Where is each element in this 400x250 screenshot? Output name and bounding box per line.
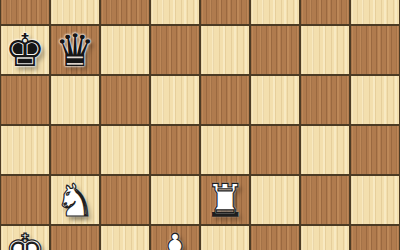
chess-board: ♚♛♞♜♚♟ <box>0 0 400 250</box>
square-g3[interactable] <box>301 176 349 224</box>
square-a7[interactable] <box>1 0 49 24</box>
piece-white-knight-b3[interactable]: ♞ <box>55 178 95 223</box>
square-c6[interactable] <box>101 26 149 74</box>
square-e7[interactable] <box>201 0 249 24</box>
square-a6[interactable]: ♚ <box>1 26 49 74</box>
square-h4[interactable] <box>351 126 399 174</box>
piece-white-rook-e3[interactable]: ♜ <box>205 178 245 223</box>
square-g4[interactable] <box>301 126 349 174</box>
square-d3[interactable] <box>151 176 199 224</box>
square-a5[interactable] <box>1 76 49 124</box>
chessboard-diagram: ♚♛♞♜♚♟ <box>0 0 400 250</box>
square-d7[interactable] <box>151 0 199 24</box>
square-c4[interactable] <box>101 126 149 174</box>
square-a3[interactable] <box>1 176 49 224</box>
square-f6[interactable] <box>251 26 299 74</box>
square-a4[interactable] <box>1 126 49 174</box>
square-f5[interactable] <box>251 76 299 124</box>
square-b4[interactable] <box>51 126 99 174</box>
square-e2[interactable] <box>201 226 249 250</box>
square-d4[interactable] <box>151 126 199 174</box>
piece-black-king-a6[interactable]: ♚ <box>5 28 45 73</box>
piece-white-king-a2[interactable]: ♚ <box>5 228 45 250</box>
square-c3[interactable] <box>101 176 149 224</box>
square-h2[interactable] <box>351 226 399 250</box>
square-f2[interactable] <box>251 226 299 250</box>
square-f3[interactable] <box>251 176 299 224</box>
square-b7[interactable] <box>51 0 99 24</box>
square-b2[interactable] <box>51 226 99 250</box>
square-d5[interactable] <box>151 76 199 124</box>
square-c2[interactable] <box>101 226 149 250</box>
square-e5[interactable] <box>201 76 249 124</box>
square-g5[interactable] <box>301 76 349 124</box>
piece-black-queen-b6[interactable]: ♛ <box>55 28 95 73</box>
square-h6[interactable] <box>351 26 399 74</box>
square-f7[interactable] <box>251 0 299 24</box>
square-e3[interactable]: ♜ <box>201 176 249 224</box>
square-d2[interactable]: ♟ <box>151 226 199 250</box>
square-b3[interactable]: ♞ <box>51 176 99 224</box>
square-b6[interactable]: ♛ <box>51 26 99 74</box>
square-a2[interactable]: ♚ <box>1 226 49 250</box>
square-e6[interactable] <box>201 26 249 74</box>
square-c7[interactable] <box>101 0 149 24</box>
square-h3[interactable] <box>351 176 399 224</box>
square-d6[interactable] <box>151 26 199 74</box>
square-h7[interactable] <box>351 0 399 24</box>
square-f4[interactable] <box>251 126 299 174</box>
square-g6[interactable] <box>301 26 349 74</box>
square-b5[interactable] <box>51 76 99 124</box>
piece-white-pawn-d2[interactable]: ♟ <box>155 228 195 250</box>
square-c5[interactable] <box>101 76 149 124</box>
square-h5[interactable] <box>351 76 399 124</box>
square-e4[interactable] <box>201 126 249 174</box>
square-g2[interactable] <box>301 226 349 250</box>
square-g7[interactable] <box>301 0 349 24</box>
